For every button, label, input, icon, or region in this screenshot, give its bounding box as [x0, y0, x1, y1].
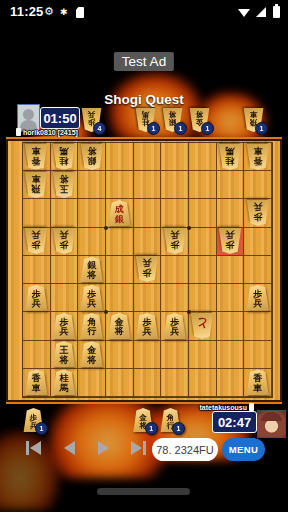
board-cell[interactable] [134, 171, 162, 199]
board-cell[interactable] [244, 256, 272, 284]
board-cell[interactable]: 香車 [244, 369, 272, 397]
hand-count-badge: 1 [174, 122, 187, 135]
board-cell[interactable] [189, 341, 217, 369]
name-top-text: horik0810 [2415] [23, 129, 78, 136]
board-cell[interactable]: 銀将 [78, 143, 106, 171]
hand-count-badge: 1 [147, 122, 160, 135]
hand-count-badge: 4 [93, 122, 106, 135]
board-cell[interactable]: 歩兵 [161, 228, 189, 256]
shogi-piece[interactable]: 香車 [24, 144, 48, 170]
shogi-piece[interactable]: 銀将 [80, 256, 104, 282]
shogi-piece[interactable]: 歩兵 [24, 285, 48, 311]
hoshi-dot [187, 226, 191, 230]
menu-button[interactable]: MENU [222, 438, 265, 461]
board-cell[interactable]: と [189, 312, 217, 340]
board-cell[interactable] [23, 341, 51, 369]
board-cell[interactable] [189, 284, 217, 312]
shogi-piece[interactable]: 歩兵 [135, 256, 159, 282]
shogi-piece[interactable]: 香車 [246, 369, 270, 395]
shogi-piece[interactable]: 歩兵 [52, 313, 76, 339]
name-bottom-player: tatetakusousu [200, 403, 254, 411]
page-title: Shogi Quest [0, 92, 288, 107]
shogi-piece[interactable]: 歩兵 [246, 200, 270, 226]
move-number-pill[interactable]: 78. 2324FU [152, 438, 218, 461]
hoshi-dot [104, 226, 108, 230]
step-forward-button[interactable] [98, 441, 109, 455]
board-cell[interactable] [161, 256, 189, 284]
board-cell[interactable] [106, 228, 134, 256]
board-cell[interactable]: 王将 [51, 341, 79, 369]
board-cell[interactable] [244, 171, 272, 199]
board-cell[interactable]: 歩兵 [23, 228, 51, 256]
shogi-piece[interactable]: 香車 [246, 144, 270, 170]
hand-count-badge: 1 [35, 422, 48, 435]
hand-count-badge: 1 [145, 422, 158, 435]
board-cell[interactable]: 歩兵 [161, 312, 189, 340]
shogi-piece[interactable]: 銀将 [80, 144, 104, 170]
name-top-player: horik0810 [2415] [16, 128, 78, 136]
board-cell[interactable] [161, 143, 189, 171]
board-cell[interactable] [189, 143, 217, 171]
shogi-piece[interactable]: 桂馬 [52, 369, 76, 395]
board-cell[interactable] [51, 284, 79, 312]
shogi-piece[interactable]: 王将 [52, 341, 76, 367]
shogi-piece[interactable]: 歩兵 [218, 228, 242, 254]
board-cell[interactable] [23, 256, 51, 284]
shogi-piece[interactable]: 角行 [80, 313, 104, 339]
skip-start-bar-icon [26, 441, 29, 455]
shogi-piece[interactable]: 成銀 [107, 200, 131, 226]
step-back-icon [64, 441, 75, 455]
board-cell[interactable] [217, 171, 245, 199]
board-cell[interactable]: 成銀 [106, 199, 134, 227]
shogi-piece[interactable]: 桂馬 [218, 144, 242, 170]
board-cell[interactable] [134, 143, 162, 171]
board-cell[interactable] [78, 228, 106, 256]
board-cell[interactable] [134, 369, 162, 397]
board-cell[interactable] [217, 369, 245, 397]
board-cell[interactable]: 桂馬 [51, 369, 79, 397]
board-cell[interactable] [189, 228, 217, 256]
hand-piece-金将[interactable]: 金将1 [133, 408, 154, 432]
step-back-button[interactable] [64, 441, 75, 455]
board-cell[interactable] [161, 171, 189, 199]
board-cell[interactable]: 歩兵 [244, 284, 272, 312]
gear-icon: ⚙ [44, 5, 54, 18]
shogi-piece[interactable]: 歩兵 [52, 228, 76, 254]
shogi-piece[interactable]: と [190, 313, 214, 339]
board-cell[interactable] [244, 228, 272, 256]
board-cell[interactable] [78, 199, 106, 227]
board-cell[interactable] [189, 256, 217, 284]
shogi-piece[interactable]: 歩兵 [163, 313, 187, 339]
skip-end-button[interactable] [131, 441, 146, 455]
board-cell[interactable]: 玉将 [51, 171, 79, 199]
board-cell[interactable] [106, 256, 134, 284]
board-cell[interactable] [217, 341, 245, 369]
hand-piece-角行[interactable]: 角行1 [160, 408, 181, 432]
shogi-piece[interactable]: 玉将 [52, 172, 76, 198]
board-cell[interactable]: 歩兵 [134, 312, 162, 340]
board-cell[interactable] [244, 312, 272, 340]
shogi-piece[interactable]: 金将 [80, 341, 104, 367]
shogi-piece[interactable]: 香車 [24, 369, 48, 395]
board-cell[interactable] [189, 171, 217, 199]
skip-end-icon [131, 441, 142, 455]
board-cell[interactable]: 歩兵 [217, 228, 245, 256]
status-time: 11:25 [10, 4, 44, 19]
hand-piece-金将[interactable]: 金将1 [189, 108, 210, 132]
shogi-piece[interactable]: 歩兵 [246, 285, 270, 311]
app-screen: 11:25 ⚙ ✱ Test Ad Shogi Quest 01:50 hori… [0, 0, 288, 512]
board-cell[interactable]: 角行 [78, 312, 106, 340]
avatar-bottom-player[interactable] [257, 410, 286, 438]
board-cell[interactable] [134, 284, 162, 312]
board-cell[interactable] [134, 199, 162, 227]
shogi-piece[interactable]: 飛車 [24, 172, 48, 198]
skip-start-icon [30, 441, 41, 455]
hand-piece-飛車[interactable]: 飛車1 [243, 108, 264, 132]
board-cell[interactable]: 飛車 [23, 171, 51, 199]
board-cell[interactable] [106, 171, 134, 199]
board-cell[interactable] [23, 312, 51, 340]
device-icon [249, 403, 254, 411]
sim-icon [76, 7, 84, 18]
board-cell[interactable]: 歩兵 [23, 284, 51, 312]
name-bottom-text: tatetakusousu [200, 404, 247, 411]
board-cell[interactable] [244, 341, 272, 369]
board-grid: 香車桂馬銀将桂馬香車飛車玉将成銀歩兵歩兵歩兵歩兵歩兵銀将歩兵歩兵歩兵歩兵歩兵角行… [22, 142, 273, 398]
board-cell[interactable]: 香車 [23, 143, 51, 171]
shogi-piece[interactable]: 歩兵 [163, 228, 187, 254]
board-cell[interactable] [217, 256, 245, 284]
board-cell[interactable] [51, 199, 79, 227]
board-cell[interactable] [161, 369, 189, 397]
board-cell[interactable]: 歩兵 [78, 284, 106, 312]
board-cell[interactable] [106, 369, 134, 397]
step-forward-icon [98, 441, 109, 455]
skip-end-bar-icon [143, 441, 146, 455]
board-cell[interactable] [106, 341, 134, 369]
board-cell[interactable]: 歩兵 [51, 228, 79, 256]
shogi-board: 香車桂馬銀将桂馬香車飛車玉将成銀歩兵歩兵歩兵歩兵歩兵銀将歩兵歩兵歩兵歩兵歩兵角行… [6, 139, 282, 402]
board-cell[interactable] [161, 341, 189, 369]
hand-piece-銀将[interactable]: 銀将1 [162, 108, 183, 132]
board-cell[interactable] [78, 171, 106, 199]
board-cell[interactable]: 歩兵 [134, 256, 162, 284]
avatar-silhouette-head [23, 109, 34, 120]
hand-count-badge: 1 [172, 422, 185, 435]
clock-top-player: 01:50 [40, 107, 80, 129]
board-cell[interactable] [106, 284, 134, 312]
board-cell[interactable]: 歩兵 [51, 312, 79, 340]
hand-count-badge: 1 [255, 122, 268, 135]
status-bar: 11:25 ⚙ ✱ [0, 0, 288, 24]
board-cell[interactable] [189, 369, 217, 397]
battery-icon [273, 6, 280, 18]
board-cell[interactable] [217, 312, 245, 340]
board-cell[interactable]: 桂馬 [51, 143, 79, 171]
board-cell[interactable]: 香車 [244, 143, 272, 171]
shogi-piece[interactable]: 歩兵 [135, 313, 159, 339]
shogi-piece[interactable]: 桂馬 [52, 144, 76, 170]
board-cell[interactable] [106, 143, 134, 171]
board-cell[interactable]: 金将 [106, 312, 134, 340]
hand-piece-歩兵[interactable]: 歩兵1 [23, 408, 44, 432]
wifi-icon [238, 9, 250, 17]
test-ad-banner[interactable]: Test Ad [114, 52, 174, 71]
board-cell[interactable] [217, 199, 245, 227]
board-cell[interactable]: 歩兵 [244, 199, 272, 227]
board-cell[interactable] [78, 369, 106, 397]
skip-start-button[interactable] [26, 441, 41, 455]
board-cell[interactable] [51, 256, 79, 284]
hand-piece-歩兵[interactable]: 歩兵4 [81, 108, 102, 132]
board-cell[interactable]: 銀将 [78, 256, 106, 284]
board-cell[interactable] [23, 199, 51, 227]
board-cell[interactable]: 金将 [78, 341, 106, 369]
cast-icon: ✱ [60, 7, 68, 17]
board-cell[interactable] [134, 341, 162, 369]
board-cell[interactable] [189, 199, 217, 227]
hand-piece-桂馬[interactable]: 桂馬1 [135, 108, 156, 132]
shogi-piece[interactable]: 歩兵 [24, 228, 48, 254]
gesture-navigation-pill[interactable] [97, 488, 190, 495]
board-cell[interactable] [161, 199, 189, 227]
board-cell[interactable] [217, 284, 245, 312]
clock-bottom-player: 02:47 [212, 411, 257, 433]
board-cell[interactable] [134, 228, 162, 256]
board-cell[interactable]: 香車 [23, 369, 51, 397]
signal-icon [256, 7, 266, 17]
board-cell[interactable]: 桂馬 [217, 143, 245, 171]
device-icon [16, 128, 21, 136]
hand-count-badge: 1 [201, 122, 214, 135]
shogi-piece[interactable]: 歩兵 [80, 285, 104, 311]
board-cell[interactable] [161, 284, 189, 312]
shogi-piece[interactable]: 金将 [107, 313, 131, 339]
